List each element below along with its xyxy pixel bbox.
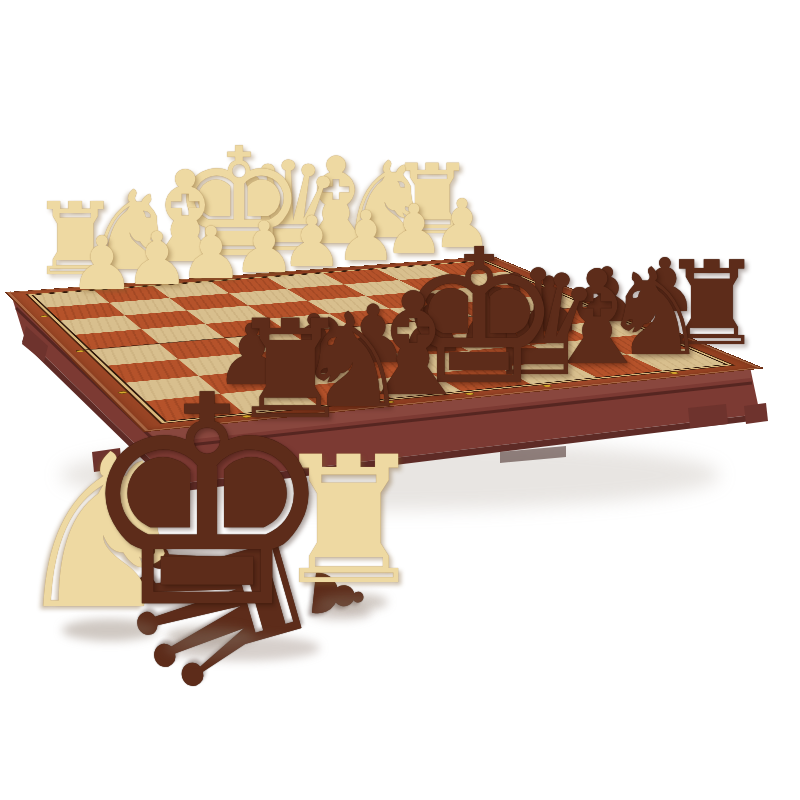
- brown-king-offboard: ♚: [77, 358, 337, 648]
- white-pawn-c2: ♟: [335, 202, 397, 271]
- pieces-layer: ♜♞♝♚♛♝♞♜♟♟♟♟♟♟♟♟♟♟♟♟♟♟♟♟♜♞♝♚♛♝♞♜♞♚♛♟♜: [0, 0, 800, 800]
- piece-shadow: [164, 635, 320, 661]
- piece-shadow: [62, 619, 158, 641]
- chess-set-photo: ♜♞♝♚♛♝♞♜♟♟♟♟♟♟♟♟♟♟♟♟♟♟♟♟♜♞♝♚♛♝♞♜♞♚♛♟♜: [0, 0, 800, 800]
- white-pawn-h2: ♟: [69, 226, 135, 300]
